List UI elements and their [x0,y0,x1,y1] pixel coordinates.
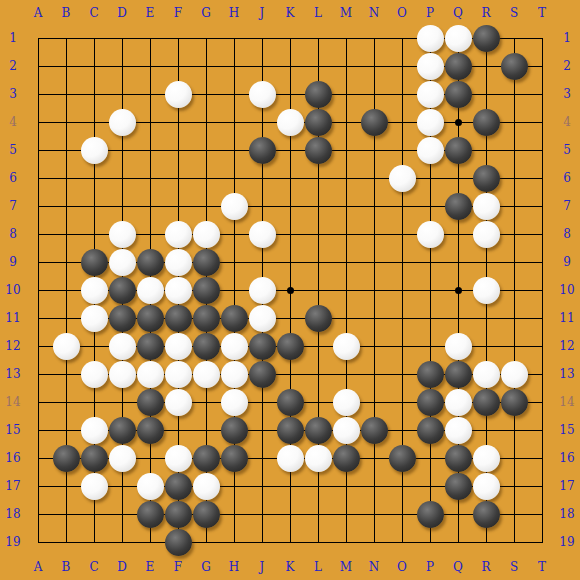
intersection-C8[interactable] [80,220,108,248]
intersection-J13[interactable] [248,360,276,388]
intersection-P13[interactable] [416,360,444,388]
intersection-T18[interactable] [528,500,556,528]
intersection-G15[interactable] [192,416,220,444]
intersection-D3[interactable] [108,80,136,108]
intersection-P14[interactable] [416,388,444,416]
intersection-K14[interactable] [276,388,304,416]
intersection-Q6[interactable] [444,164,472,192]
intersection-D7[interactable] [108,192,136,220]
intersection-Q5[interactable] [444,136,472,164]
intersection-F5[interactable] [164,136,192,164]
intersection-H10[interactable] [220,276,248,304]
intersection-R11[interactable] [472,304,500,332]
intersection-A4[interactable] [24,108,52,136]
intersection-N5[interactable] [360,136,388,164]
intersection-H11[interactable] [220,304,248,332]
intersection-N14[interactable] [360,388,388,416]
intersection-S12[interactable] [500,332,528,360]
intersection-S7[interactable] [500,192,528,220]
intersection-E19[interactable] [136,528,164,556]
intersection-S18[interactable] [500,500,528,528]
intersection-E15[interactable] [136,416,164,444]
intersection-O13[interactable] [388,360,416,388]
intersection-D5[interactable] [108,136,136,164]
intersection-A16[interactable] [24,444,52,472]
intersection-T7[interactable] [528,192,556,220]
intersection-Q14[interactable] [444,388,472,416]
intersection-A10[interactable] [24,276,52,304]
intersection-G5[interactable] [192,136,220,164]
intersection-D9[interactable] [108,248,136,276]
intersection-O16[interactable] [388,444,416,472]
intersection-E1[interactable] [136,24,164,52]
intersection-L2[interactable] [304,52,332,80]
intersection-C4[interactable] [80,108,108,136]
intersection-K5[interactable] [276,136,304,164]
intersection-G6[interactable] [192,164,220,192]
intersection-D11[interactable] [108,304,136,332]
intersection-Q12[interactable] [444,332,472,360]
intersection-S1[interactable] [500,24,528,52]
intersection-R15[interactable] [472,416,500,444]
intersection-O17[interactable] [388,472,416,500]
intersection-S15[interactable] [500,416,528,444]
intersection-Q1[interactable] [444,24,472,52]
intersection-P17[interactable] [416,472,444,500]
intersection-D1[interactable] [108,24,136,52]
intersection-E5[interactable] [136,136,164,164]
intersection-P9[interactable] [416,248,444,276]
intersection-R19[interactable] [472,528,500,556]
intersection-K11[interactable] [276,304,304,332]
intersection-P4[interactable] [416,108,444,136]
intersection-L5[interactable] [304,136,332,164]
intersection-D15[interactable] [108,416,136,444]
intersection-H6[interactable] [220,164,248,192]
intersection-K6[interactable] [276,164,304,192]
intersection-J1[interactable] [248,24,276,52]
intersection-N3[interactable] [360,80,388,108]
intersection-C14[interactable] [80,388,108,416]
intersection-F18[interactable] [164,500,192,528]
intersection-J18[interactable] [248,500,276,528]
intersection-N17[interactable] [360,472,388,500]
intersection-G2[interactable] [192,52,220,80]
intersection-E4[interactable] [136,108,164,136]
intersection-S2[interactable] [500,52,528,80]
intersection-H14[interactable] [220,388,248,416]
intersection-M7[interactable] [332,192,360,220]
intersection-Q15[interactable] [444,416,472,444]
intersection-B11[interactable] [52,304,80,332]
intersection-F3[interactable] [164,80,192,108]
intersection-D14[interactable] [108,388,136,416]
intersection-L10[interactable] [304,276,332,304]
intersection-Q16[interactable] [444,444,472,472]
intersection-D17[interactable] [108,472,136,500]
intersection-R16[interactable] [472,444,500,472]
intersection-C3[interactable] [80,80,108,108]
intersection-K1[interactable] [276,24,304,52]
intersection-Q2[interactable] [444,52,472,80]
intersection-A19[interactable] [24,528,52,556]
intersection-C15[interactable] [80,416,108,444]
intersection-E10[interactable] [136,276,164,304]
intersection-J7[interactable] [248,192,276,220]
intersection-B17[interactable] [52,472,80,500]
intersection-P12[interactable] [416,332,444,360]
intersection-G4[interactable] [192,108,220,136]
intersection-L7[interactable] [304,192,332,220]
intersection-O12[interactable] [388,332,416,360]
intersection-F14[interactable] [164,388,192,416]
intersection-S11[interactable] [500,304,528,332]
intersection-M10[interactable] [332,276,360,304]
intersection-B9[interactable] [52,248,80,276]
intersection-T6[interactable] [528,164,556,192]
intersection-H12[interactable] [220,332,248,360]
intersection-O19[interactable] [388,528,416,556]
intersection-L16[interactable] [304,444,332,472]
intersection-C5[interactable] [80,136,108,164]
intersection-F10[interactable] [164,276,192,304]
intersection-A1[interactable] [24,24,52,52]
intersection-N12[interactable] [360,332,388,360]
intersection-J15[interactable] [248,416,276,444]
intersection-K16[interactable] [276,444,304,472]
intersection-A5[interactable] [24,136,52,164]
intersection-L8[interactable] [304,220,332,248]
intersection-L14[interactable] [304,388,332,416]
intersection-E2[interactable] [136,52,164,80]
intersection-B12[interactable] [52,332,80,360]
intersection-O9[interactable] [388,248,416,276]
intersection-B10[interactable] [52,276,80,304]
intersection-F1[interactable] [164,24,192,52]
intersection-C18[interactable] [80,500,108,528]
intersection-K18[interactable] [276,500,304,528]
intersection-N18[interactable] [360,500,388,528]
intersection-A15[interactable] [24,416,52,444]
intersection-L18[interactable] [304,500,332,528]
intersection-J12[interactable] [248,332,276,360]
intersection-D8[interactable] [108,220,136,248]
intersection-M18[interactable] [332,500,360,528]
intersection-C19[interactable] [80,528,108,556]
intersection-B8[interactable] [52,220,80,248]
intersection-N6[interactable] [360,164,388,192]
intersection-Q8[interactable] [444,220,472,248]
intersection-C6[interactable] [80,164,108,192]
intersection-E11[interactable] [136,304,164,332]
intersection-F11[interactable] [164,304,192,332]
intersection-P10[interactable] [416,276,444,304]
intersection-F12[interactable] [164,332,192,360]
intersection-D2[interactable] [108,52,136,80]
intersection-R2[interactable] [472,52,500,80]
intersection-M17[interactable] [332,472,360,500]
intersection-G12[interactable] [192,332,220,360]
intersection-G8[interactable] [192,220,220,248]
intersection-P7[interactable] [416,192,444,220]
intersection-S13[interactable] [500,360,528,388]
intersection-A8[interactable] [24,220,52,248]
intersection-O7[interactable] [388,192,416,220]
intersection-P16[interactable] [416,444,444,472]
intersection-N1[interactable] [360,24,388,52]
intersection-J10[interactable] [248,276,276,304]
intersection-S14[interactable] [500,388,528,416]
intersection-M11[interactable] [332,304,360,332]
intersection-J5[interactable] [248,136,276,164]
intersection-C7[interactable] [80,192,108,220]
intersection-D18[interactable] [108,500,136,528]
intersection-A7[interactable] [24,192,52,220]
intersection-M6[interactable] [332,164,360,192]
intersection-Q19[interactable] [444,528,472,556]
intersection-T13[interactable] [528,360,556,388]
intersection-P8[interactable] [416,220,444,248]
intersection-K12[interactable] [276,332,304,360]
intersection-D13[interactable] [108,360,136,388]
intersection-G14[interactable] [192,388,220,416]
intersection-F7[interactable] [164,192,192,220]
intersection-G19[interactable] [192,528,220,556]
intersection-G10[interactable] [192,276,220,304]
intersection-T16[interactable] [528,444,556,472]
intersection-P19[interactable] [416,528,444,556]
intersection-T14[interactable] [528,388,556,416]
intersection-S5[interactable] [500,136,528,164]
intersection-B19[interactable] [52,528,80,556]
intersection-T10[interactable] [528,276,556,304]
intersection-E17[interactable] [136,472,164,500]
intersection-L13[interactable] [304,360,332,388]
intersection-H17[interactable] [220,472,248,500]
intersection-S19[interactable] [500,528,528,556]
intersection-M14[interactable] [332,388,360,416]
intersection-M1[interactable] [332,24,360,52]
intersection-Q4[interactable] [444,108,472,136]
intersection-P2[interactable] [416,52,444,80]
intersection-N8[interactable] [360,220,388,248]
intersection-R18[interactable] [472,500,500,528]
intersection-J3[interactable] [248,80,276,108]
intersection-J6[interactable] [248,164,276,192]
intersection-S3[interactable] [500,80,528,108]
intersection-E13[interactable] [136,360,164,388]
intersection-J4[interactable] [248,108,276,136]
intersection-D16[interactable] [108,444,136,472]
intersection-S17[interactable] [500,472,528,500]
intersection-R9[interactable] [472,248,500,276]
intersection-R3[interactable] [472,80,500,108]
intersection-R13[interactable] [472,360,500,388]
intersection-G13[interactable] [192,360,220,388]
intersection-F19[interactable] [164,528,192,556]
intersection-R4[interactable] [472,108,500,136]
intersection-R8[interactable] [472,220,500,248]
intersection-L12[interactable] [304,332,332,360]
intersection-A2[interactable] [24,52,52,80]
intersection-S6[interactable] [500,164,528,192]
intersection-F17[interactable] [164,472,192,500]
intersection-S8[interactable] [500,220,528,248]
intersection-H19[interactable] [220,528,248,556]
intersection-T11[interactable] [528,304,556,332]
intersection-O14[interactable] [388,388,416,416]
intersection-Q7[interactable] [444,192,472,220]
intersection-A9[interactable] [24,248,52,276]
intersection-B6[interactable] [52,164,80,192]
intersection-J8[interactable] [248,220,276,248]
intersection-K7[interactable] [276,192,304,220]
intersection-E3[interactable] [136,80,164,108]
intersection-C13[interactable] [80,360,108,388]
intersection-T12[interactable] [528,332,556,360]
intersection-J19[interactable] [248,528,276,556]
intersection-T3[interactable] [528,80,556,108]
intersection-H8[interactable] [220,220,248,248]
intersection-K8[interactable] [276,220,304,248]
intersection-E14[interactable] [136,388,164,416]
intersection-G16[interactable] [192,444,220,472]
intersection-P11[interactable] [416,304,444,332]
intersection-S10[interactable] [500,276,528,304]
intersection-J17[interactable] [248,472,276,500]
intersection-G3[interactable] [192,80,220,108]
intersection-P15[interactable] [416,416,444,444]
intersection-S9[interactable] [500,248,528,276]
intersection-T8[interactable] [528,220,556,248]
intersection-T4[interactable] [528,108,556,136]
intersection-N13[interactable] [360,360,388,388]
intersection-A3[interactable] [24,80,52,108]
intersection-D6[interactable] [108,164,136,192]
intersection-L11[interactable] [304,304,332,332]
intersection-A11[interactable] [24,304,52,332]
intersection-J9[interactable] [248,248,276,276]
intersection-A18[interactable] [24,500,52,528]
intersection-R10[interactable] [472,276,500,304]
intersection-P5[interactable] [416,136,444,164]
intersection-O5[interactable] [388,136,416,164]
intersection-B15[interactable] [52,416,80,444]
intersection-Q3[interactable] [444,80,472,108]
intersection-B16[interactable] [52,444,80,472]
intersection-M3[interactable] [332,80,360,108]
intersection-A12[interactable] [24,332,52,360]
intersection-O18[interactable] [388,500,416,528]
intersection-B18[interactable] [52,500,80,528]
intersection-K3[interactable] [276,80,304,108]
intersection-Q10[interactable] [444,276,472,304]
intersection-G17[interactable] [192,472,220,500]
intersection-T15[interactable] [528,416,556,444]
intersection-F15[interactable] [164,416,192,444]
intersection-E12[interactable] [136,332,164,360]
intersection-D19[interactable] [108,528,136,556]
intersection-G7[interactable] [192,192,220,220]
intersection-Q18[interactable] [444,500,472,528]
intersection-O10[interactable] [388,276,416,304]
intersection-O2[interactable] [388,52,416,80]
intersection-P3[interactable] [416,80,444,108]
intersection-L17[interactable] [304,472,332,500]
intersection-B5[interactable] [52,136,80,164]
intersection-T1[interactable] [528,24,556,52]
intersection-O3[interactable] [388,80,416,108]
intersection-T17[interactable] [528,472,556,500]
intersection-A6[interactable] [24,164,52,192]
intersection-N4[interactable] [360,108,388,136]
intersection-R5[interactable] [472,136,500,164]
intersection-E9[interactable] [136,248,164,276]
intersection-H4[interactable] [220,108,248,136]
intersection-O11[interactable] [388,304,416,332]
intersection-K19[interactable] [276,528,304,556]
intersection-E8[interactable] [136,220,164,248]
intersection-M4[interactable] [332,108,360,136]
intersection-P18[interactable] [416,500,444,528]
intersection-H3[interactable] [220,80,248,108]
intersection-G18[interactable] [192,500,220,528]
intersection-K15[interactable] [276,416,304,444]
intersection-F8[interactable] [164,220,192,248]
intersection-N16[interactable] [360,444,388,472]
intersection-T19[interactable] [528,528,556,556]
intersection-Q9[interactable] [444,248,472,276]
intersection-B1[interactable] [52,24,80,52]
intersection-L9[interactable] [304,248,332,276]
intersection-H18[interactable] [220,500,248,528]
intersection-F16[interactable] [164,444,192,472]
intersection-M8[interactable] [332,220,360,248]
intersection-M15[interactable] [332,416,360,444]
intersection-F6[interactable] [164,164,192,192]
intersection-O1[interactable] [388,24,416,52]
intersection-K17[interactable] [276,472,304,500]
intersection-H13[interactable] [220,360,248,388]
intersection-J11[interactable] [248,304,276,332]
intersection-E7[interactable] [136,192,164,220]
intersection-P1[interactable] [416,24,444,52]
intersection-F9[interactable] [164,248,192,276]
intersection-G11[interactable] [192,304,220,332]
intersection-M2[interactable] [332,52,360,80]
intersection-B14[interactable] [52,388,80,416]
intersection-N2[interactable] [360,52,388,80]
intersection-M5[interactable] [332,136,360,164]
intersection-N11[interactable] [360,304,388,332]
intersection-L6[interactable] [304,164,332,192]
intersection-B4[interactable] [52,108,80,136]
intersection-N19[interactable] [360,528,388,556]
intersection-D10[interactable] [108,276,136,304]
intersection-C1[interactable] [80,24,108,52]
intersection-O4[interactable] [388,108,416,136]
intersection-Q13[interactable] [444,360,472,388]
intersection-M9[interactable] [332,248,360,276]
intersection-M19[interactable] [332,528,360,556]
intersection-Q17[interactable] [444,472,472,500]
intersection-J16[interactable] [248,444,276,472]
intersection-P6[interactable] [416,164,444,192]
intersection-L3[interactable] [304,80,332,108]
intersection-G9[interactable] [192,248,220,276]
intersection-F4[interactable] [164,108,192,136]
intersection-D4[interactable] [108,108,136,136]
